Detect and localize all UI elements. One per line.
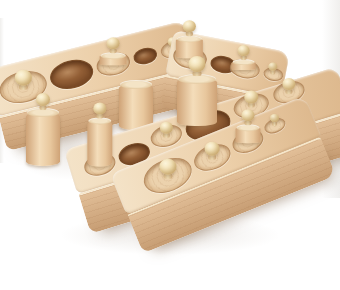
cylinder-knob <box>93 102 106 114</box>
cylinder-body <box>26 112 60 166</box>
cylinder-top-face <box>236 124 259 131</box>
cylinder-knob <box>189 56 206 72</box>
cylinder-knob <box>282 78 295 90</box>
knobbed-cylinder <box>235 106 260 143</box>
cylinder-body <box>87 120 112 166</box>
cylinder-knob <box>269 114 278 122</box>
cylinder-top-face <box>88 117 111 124</box>
cylinder-body <box>177 78 217 126</box>
knobbed-cylinder <box>197 141 227 160</box>
cylinder-top-face <box>100 52 125 59</box>
cylinder-knob <box>244 91 258 104</box>
standing-cylinder-back <box>119 79 153 130</box>
product-photo-montessori-cylinder-blocks <box>0 0 340 290</box>
knobbed-cylinder <box>153 121 178 138</box>
knobbed-cylinder <box>232 43 256 70</box>
standing-cylinder-left <box>26 89 60 166</box>
knobbed-cylinder <box>265 113 282 126</box>
cylinder-knob <box>238 45 250 56</box>
cylinder-knob <box>14 70 31 86</box>
cylinder-top-face <box>176 35 201 42</box>
knobbed-cylinder <box>3 69 42 90</box>
knobbed-cylinder <box>148 158 188 179</box>
cylinder-knob <box>159 159 176 175</box>
knobbed-cylinder <box>276 77 301 94</box>
cylinder-knob <box>205 142 220 156</box>
cylinder-knob <box>36 93 50 106</box>
knobbed-cylinder <box>87 99 112 166</box>
cylinder-knob <box>159 122 172 134</box>
empty-socket-hole <box>47 56 96 94</box>
knobbed-cylinder <box>99 34 126 65</box>
empty-socket-hole <box>132 45 159 66</box>
cylinder-knob <box>182 20 195 32</box>
cylinder-knob <box>241 109 254 121</box>
cylinder-knob <box>268 63 277 71</box>
cylinder-top-face <box>120 80 152 89</box>
cylinder-knob <box>106 37 119 49</box>
standing-cylinder-center <box>177 52 217 126</box>
knobbed-cylinder <box>265 62 280 75</box>
knobbed-cylinder <box>236 90 265 108</box>
